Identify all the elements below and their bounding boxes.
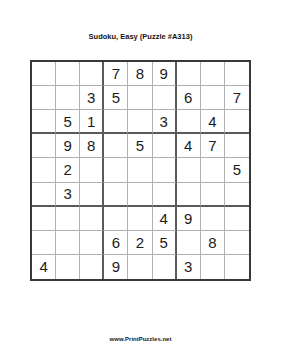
cell-r1c7-empty [177, 62, 201, 86]
cell-r8c7-empty [177, 231, 201, 255]
cell-r9c3-empty [80, 255, 104, 279]
cell-r3c9-empty [225, 110, 249, 134]
cell-r1c9-empty [225, 62, 249, 86]
cell-r4c5-given-5: 5 [128, 134, 152, 158]
cell-r9c6-empty [153, 255, 177, 279]
cell-r6c8-empty [201, 183, 225, 207]
cell-r3c5-empty [128, 110, 152, 134]
cell-r6c4-empty [104, 183, 128, 207]
cell-r5c6-empty [153, 158, 177, 182]
cell-r8c8-given-8: 8 [201, 231, 225, 255]
cell-r6c6-empty [153, 183, 177, 207]
cell-r2c1-empty [32, 86, 56, 110]
cell-r6c9-empty [225, 183, 249, 207]
cell-r1c4-given-7: 7 [104, 62, 128, 86]
cell-r2c9-given-7: 7 [225, 86, 249, 110]
cell-r3c7-empty [177, 110, 201, 134]
cell-r4c6-empty [153, 134, 177, 158]
cell-r1c5-given-8: 8 [128, 62, 152, 86]
cell-r7c1-empty [32, 207, 56, 231]
cell-r7c6-given-4: 4 [153, 207, 177, 231]
cell-r3c8-given-4: 4 [201, 110, 225, 134]
cell-r5c3-empty [80, 158, 104, 182]
cell-r2c2-empty [56, 86, 80, 110]
cell-r1c2-empty [56, 62, 80, 86]
site-credit: www.PrintPuzzles.net [0, 336, 281, 342]
cell-r7c8-empty [201, 207, 225, 231]
cell-r6c7-empty [177, 183, 201, 207]
cell-r4c8-given-7: 7 [201, 134, 225, 158]
cell-r6c5-empty [128, 183, 152, 207]
cell-r4c2-given-9: 9 [56, 134, 80, 158]
cell-r8c5-given-2: 2 [128, 231, 152, 255]
cell-r8c6-given-5: 5 [153, 231, 177, 255]
cell-r5c5-empty [128, 158, 152, 182]
puzzle-page: Sudoku, Easy (Puzzle #A313) 789356751349… [0, 0, 281, 363]
cell-r9c2-empty [56, 255, 80, 279]
cell-r9c5-empty [128, 255, 152, 279]
cell-r5c8-empty [201, 158, 225, 182]
cell-r7c2-empty [56, 207, 80, 231]
cell-r2c6-empty [153, 86, 177, 110]
cell-r9c9-empty [225, 255, 249, 279]
cell-r8c9-empty [225, 231, 249, 255]
cell-r5c4-empty [104, 158, 128, 182]
cell-r9c4-given-9: 9 [104, 255, 128, 279]
cell-r7c4-empty [104, 207, 128, 231]
cell-r3c3-given-1: 1 [80, 110, 104, 134]
cell-r6c1-empty [32, 183, 56, 207]
cell-r1c3-empty [80, 62, 104, 86]
cell-r9c7-given-3: 3 [177, 255, 201, 279]
cell-r3c6-given-3: 3 [153, 110, 177, 134]
cell-r7c9-empty [225, 207, 249, 231]
cell-r3c2-given-5: 5 [56, 110, 80, 134]
cell-r5c9-given-5: 5 [225, 158, 249, 182]
cell-r6c2-given-3: 3 [56, 183, 80, 207]
cell-r9c1-given-4: 4 [32, 255, 56, 279]
cell-r4c1-empty [32, 134, 56, 158]
cell-r3c4-empty [104, 110, 128, 134]
cell-r8c3-empty [80, 231, 104, 255]
cell-r7c5-empty [128, 207, 152, 231]
cell-r2c3-given-3: 3 [80, 86, 104, 110]
cell-r8c4-given-6: 6 [104, 231, 128, 255]
cell-r4c4-empty [104, 134, 128, 158]
cell-r6c3-empty [80, 183, 104, 207]
puzzle-title: Sudoku, Easy (Puzzle #A313) [0, 32, 281, 41]
cell-r2c8-empty [201, 86, 225, 110]
cell-r4c7-given-4: 4 [177, 134, 201, 158]
cell-r2c5-empty [128, 86, 152, 110]
cell-r5c1-empty [32, 158, 56, 182]
cell-r8c1-empty [32, 231, 56, 255]
cell-r5c7-empty [177, 158, 201, 182]
cell-r4c9-empty [225, 134, 249, 158]
cell-r2c4-given-5: 5 [104, 86, 128, 110]
sudoku-board: 7893567513498547253496258493 [30, 60, 251, 281]
cell-r5c2-given-2: 2 [56, 158, 80, 182]
cell-r1c1-empty [32, 62, 56, 86]
cell-r3c1-empty [32, 110, 56, 134]
cell-r1c6-given-9: 9 [153, 62, 177, 86]
cell-r2c7-given-6: 6 [177, 86, 201, 110]
cell-r9c8-empty [201, 255, 225, 279]
cell-r4c3-given-8: 8 [80, 134, 104, 158]
cell-r8c2-empty [56, 231, 80, 255]
cell-r7c3-empty [80, 207, 104, 231]
cell-r1c8-empty [201, 62, 225, 86]
cell-r7c7-given-9: 9 [177, 207, 201, 231]
